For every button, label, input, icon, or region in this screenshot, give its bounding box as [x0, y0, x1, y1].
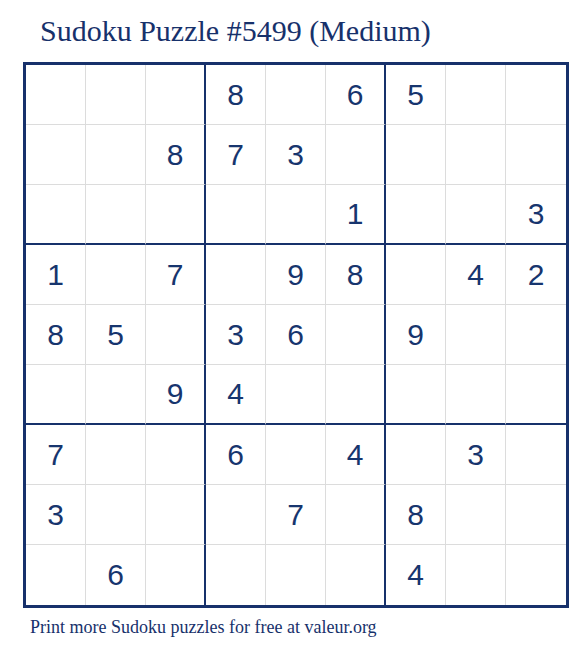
- sudoku-cell-r9c1-empty[interactable]: [26, 545, 86, 605]
- sudoku-cell-r2c6-empty[interactable]: [326, 125, 386, 185]
- sudoku-cell-r3c6-given[interactable]: 1: [326, 185, 386, 245]
- sudoku-cell-r7c7-empty[interactable]: [386, 425, 446, 485]
- sudoku-cell-r2c8-empty[interactable]: [446, 125, 506, 185]
- sudoku-cell-r3c5-empty[interactable]: [266, 185, 326, 245]
- sudoku-cell-r7c4-given[interactable]: 6: [206, 425, 266, 485]
- sudoku-cell-r4c5-given[interactable]: 9: [266, 245, 326, 305]
- footer-text: Print more Sudoku puzzles for free at va…: [30, 617, 377, 638]
- sudoku-cell-r9c3-empty[interactable]: [146, 545, 206, 605]
- sudoku-cell-r7c2-empty[interactable]: [86, 425, 146, 485]
- sudoku-cell-r8c3-empty[interactable]: [146, 485, 206, 545]
- sudoku-cell-r8c7-given[interactable]: 8: [386, 485, 446, 545]
- sudoku-cell-r7c5-empty[interactable]: [266, 425, 326, 485]
- sudoku-cell-r5c6-empty[interactable]: [326, 305, 386, 365]
- sudoku-cell-r3c7-empty[interactable]: [386, 185, 446, 245]
- sudoku-cell-r6c7-empty[interactable]: [386, 365, 446, 425]
- sudoku-cell-r3c4-empty[interactable]: [206, 185, 266, 245]
- sudoku-cell-r7c9-empty[interactable]: [506, 425, 566, 485]
- sudoku-cell-r8c1-given[interactable]: 3: [26, 485, 86, 545]
- sudoku-cell-r4c2-empty[interactable]: [86, 245, 146, 305]
- sudoku-cell-r5c5-given[interactable]: 6: [266, 305, 326, 365]
- sudoku-cell-r9c4-empty[interactable]: [206, 545, 266, 605]
- sudoku-cell-r6c9-empty[interactable]: [506, 365, 566, 425]
- sudoku-cell-r4c6-given[interactable]: 8: [326, 245, 386, 305]
- sudoku-cell-r2c7-empty[interactable]: [386, 125, 446, 185]
- sudoku-cell-r4c7-empty[interactable]: [386, 245, 446, 305]
- sudoku-cell-r9c2-given[interactable]: 6: [86, 545, 146, 605]
- sudoku-cell-r3c2-empty[interactable]: [86, 185, 146, 245]
- sudoku-cell-r2c1-empty[interactable]: [26, 125, 86, 185]
- sudoku-cell-r9c7-given[interactable]: 4: [386, 545, 446, 605]
- sudoku-cell-r8c4-empty[interactable]: [206, 485, 266, 545]
- sudoku-cell-r3c1-empty[interactable]: [26, 185, 86, 245]
- sudoku-cell-r2c5-given[interactable]: 3: [266, 125, 326, 185]
- sudoku-cell-r1c4-given[interactable]: 8: [206, 65, 266, 125]
- sudoku-cell-r6c3-given[interactable]: 9: [146, 365, 206, 425]
- sudoku-cell-r2c4-given[interactable]: 7: [206, 125, 266, 185]
- sudoku-board: 865873131798428536994764337864: [23, 62, 569, 608]
- sudoku-cell-r5c7-given[interactable]: 9: [386, 305, 446, 365]
- sudoku-cell-r2c3-given[interactable]: 8: [146, 125, 206, 185]
- sudoku-cell-r9c9-empty[interactable]: [506, 545, 566, 605]
- sudoku-cell-r3c8-empty[interactable]: [446, 185, 506, 245]
- sudoku-cell-r6c4-given[interactable]: 4: [206, 365, 266, 425]
- sudoku-cell-r7c3-empty[interactable]: [146, 425, 206, 485]
- sudoku-cell-r1c7-given[interactable]: 5: [386, 65, 446, 125]
- sudoku-page: Sudoku Puzzle #5499 (Medium) 86587313179…: [0, 0, 574, 651]
- sudoku-cell-r9c5-empty[interactable]: [266, 545, 326, 605]
- sudoku-cell-r5c3-empty[interactable]: [146, 305, 206, 365]
- sudoku-cell-r4c3-given[interactable]: 7: [146, 245, 206, 305]
- sudoku-cell-r1c9-empty[interactable]: [506, 65, 566, 125]
- sudoku-cell-r1c6-given[interactable]: 6: [326, 65, 386, 125]
- sudoku-cell-r1c5-empty[interactable]: [266, 65, 326, 125]
- sudoku-cell-r3c9-given[interactable]: 3: [506, 185, 566, 245]
- sudoku-cell-r6c1-empty[interactable]: [26, 365, 86, 425]
- sudoku-cell-r1c8-empty[interactable]: [446, 65, 506, 125]
- sudoku-cell-r5c2-given[interactable]: 5: [86, 305, 146, 365]
- sudoku-cell-r8c6-empty[interactable]: [326, 485, 386, 545]
- sudoku-cell-r8c9-empty[interactable]: [506, 485, 566, 545]
- sudoku-cell-r8c2-empty[interactable]: [86, 485, 146, 545]
- sudoku-cell-r6c6-empty[interactable]: [326, 365, 386, 425]
- sudoku-cell-r1c2-empty[interactable]: [86, 65, 146, 125]
- sudoku-cell-r5c1-given[interactable]: 8: [26, 305, 86, 365]
- page-title: Sudoku Puzzle #5499 (Medium): [40, 14, 431, 48]
- sudoku-cell-r1c1-empty[interactable]: [26, 65, 86, 125]
- sudoku-cell-r8c8-empty[interactable]: [446, 485, 506, 545]
- sudoku-cell-r6c5-empty[interactable]: [266, 365, 326, 425]
- sudoku-cell-r5c8-empty[interactable]: [446, 305, 506, 365]
- sudoku-cell-r8c5-given[interactable]: 7: [266, 485, 326, 545]
- sudoku-cell-r2c9-empty[interactable]: [506, 125, 566, 185]
- sudoku-cell-r4c9-given[interactable]: 2: [506, 245, 566, 305]
- sudoku-cell-r5c4-given[interactable]: 3: [206, 305, 266, 365]
- sudoku-cell-r4c8-given[interactable]: 4: [446, 245, 506, 305]
- sudoku-cell-r4c1-given[interactable]: 1: [26, 245, 86, 305]
- sudoku-cell-r2c2-empty[interactable]: [86, 125, 146, 185]
- sudoku-cell-r7c6-given[interactable]: 4: [326, 425, 386, 485]
- sudoku-cell-r1c3-empty[interactable]: [146, 65, 206, 125]
- sudoku-cell-r4c4-empty[interactable]: [206, 245, 266, 305]
- sudoku-cell-r9c8-empty[interactable]: [446, 545, 506, 605]
- sudoku-cell-r9c6-empty[interactable]: [326, 545, 386, 605]
- sudoku-cell-r5c9-empty[interactable]: [506, 305, 566, 365]
- sudoku-cell-r7c8-given[interactable]: 3: [446, 425, 506, 485]
- sudoku-cell-r3c3-empty[interactable]: [146, 185, 206, 245]
- sudoku-cell-r6c8-empty[interactable]: [446, 365, 506, 425]
- sudoku-cell-r6c2-empty[interactable]: [86, 365, 146, 425]
- sudoku-cell-r7c1-given[interactable]: 7: [26, 425, 86, 485]
